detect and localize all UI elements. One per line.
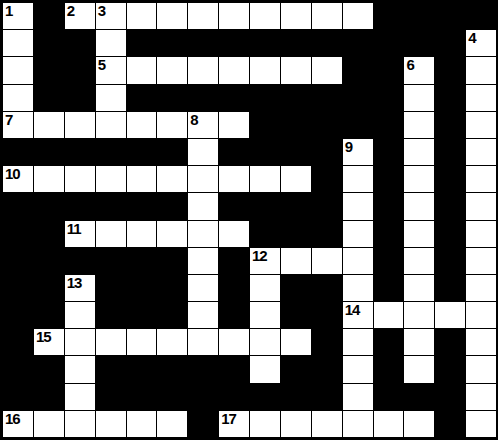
block-r13-c10	[311, 355, 342, 382]
block-r11-c0	[2, 301, 33, 328]
cell-r12-c3[interactable]	[95, 328, 126, 355]
block-r13-c7	[218, 355, 249, 382]
cell-r9-c15[interactable]	[465, 247, 496, 274]
cell-r6-c7[interactable]	[218, 165, 249, 192]
cell-r15-c11[interactable]	[342, 410, 373, 437]
cell-r3-c0[interactable]	[2, 84, 33, 111]
clue-number-6: 6	[406, 57, 413, 73]
cell-r5-c11[interactable]: 9	[342, 138, 373, 165]
clue-number-2: 2	[67, 3, 74, 19]
cell-r6-c2[interactable]	[64, 165, 95, 192]
cell-r5-c13[interactable]	[403, 138, 434, 165]
block-r1-c6	[187, 29, 218, 56]
cell-r15-c0[interactable]: 16	[2, 410, 33, 437]
cell-r12-c15[interactable]	[465, 328, 496, 355]
cell-r13-c8[interactable]	[249, 355, 280, 382]
block-r10-c5	[156, 274, 187, 301]
block-r3-c12	[373, 84, 404, 111]
block-r5-c9	[280, 138, 311, 165]
cell-r0-c9[interactable]	[280, 2, 311, 29]
block-r3-c5	[156, 84, 187, 111]
cell-r6-c6[interactable]	[187, 165, 218, 192]
block-r1-c11	[342, 29, 373, 56]
block-r7-c8	[249, 192, 280, 219]
cell-r12-c8[interactable]	[249, 328, 280, 355]
cell-r9-c6[interactable]	[187, 247, 218, 274]
block-r0-c15	[465, 2, 496, 29]
block-r1-c13	[403, 29, 434, 56]
block-r1-c9	[280, 29, 311, 56]
block-r6-c10	[311, 165, 342, 192]
cell-r2-c10[interactable]	[311, 56, 342, 83]
cell-r11-c12[interactable]	[373, 301, 404, 328]
block-r4-c12	[373, 111, 404, 138]
block-r3-c4	[126, 84, 157, 111]
block-r1-c12	[373, 29, 404, 56]
block-r3-c10	[311, 84, 342, 111]
cell-r8-c15[interactable]	[465, 220, 496, 247]
block-r5-c7	[218, 138, 249, 165]
block-r10-c1	[33, 274, 64, 301]
block-r7-c14	[434, 192, 465, 219]
block-r14-c8	[249, 383, 280, 410]
cell-r2-c13[interactable]: 6	[403, 56, 434, 83]
block-r10-c14	[434, 274, 465, 301]
cell-r4-c5[interactable]	[156, 111, 187, 138]
block-r1-c8	[249, 29, 280, 56]
block-r10-c10	[311, 274, 342, 301]
block-r14-c10	[311, 383, 342, 410]
block-r8-c0	[2, 220, 33, 247]
cell-r7-c6[interactable]	[187, 192, 218, 219]
cell-r9-c10[interactable]	[311, 247, 342, 274]
block-r8-c14	[434, 220, 465, 247]
cell-r4-c0[interactable]: 7	[2, 111, 33, 138]
cell-r10-c11[interactable]	[342, 274, 373, 301]
block-r1-c2	[64, 29, 95, 56]
cell-r0-c7[interactable]	[218, 2, 249, 29]
block-r13-c12	[373, 355, 404, 382]
cell-r2-c6[interactable]	[187, 56, 218, 83]
cell-r13-c2[interactable]	[64, 355, 95, 382]
block-r1-c14	[434, 29, 465, 56]
cell-r15-c15[interactable]	[465, 410, 496, 437]
clue-number-12: 12	[252, 248, 267, 264]
block-r1-c5	[156, 29, 187, 56]
cell-r10-c15[interactable]	[465, 274, 496, 301]
clue-number-7: 7	[5, 112, 12, 128]
block-r3-c8	[249, 84, 280, 111]
block-r11-c1	[33, 301, 64, 328]
block-r9-c4	[126, 247, 157, 274]
block-r3-c7	[218, 84, 249, 111]
block-r13-c9	[280, 355, 311, 382]
cell-r10-c6[interactable]	[187, 274, 218, 301]
block-r2-c14	[434, 56, 465, 83]
block-r7-c9	[280, 192, 311, 219]
block-r14-c6	[187, 383, 218, 410]
cell-r9-c13[interactable]	[403, 247, 434, 274]
block-r5-c12	[373, 138, 404, 165]
block-r9-c12	[373, 247, 404, 274]
cell-r0-c8[interactable]	[249, 2, 280, 29]
cell-r8-c6[interactable]	[187, 220, 218, 247]
block-r4-c14	[434, 111, 465, 138]
cell-r11-c6[interactable]	[187, 301, 218, 328]
block-r3-c14	[434, 84, 465, 111]
cell-r15-c13[interactable]	[403, 410, 434, 437]
cell-r11-c13[interactable]	[403, 301, 434, 328]
cell-r0-c6[interactable]	[187, 2, 218, 29]
block-r2-c11	[342, 56, 373, 83]
cell-r6-c13[interactable]	[403, 165, 434, 192]
cell-r8-c3[interactable]	[95, 220, 126, 247]
block-r10-c9	[280, 274, 311, 301]
cell-r2-c4[interactable]	[126, 56, 157, 83]
cell-r12-c2[interactable]	[64, 328, 95, 355]
cell-r15-c7[interactable]: 17	[218, 410, 249, 437]
cell-r6-c1[interactable]	[33, 165, 64, 192]
clue-number-4: 4	[468, 30, 475, 46]
cell-r4-c3[interactable]	[95, 111, 126, 138]
cell-r12-c4[interactable]	[126, 328, 157, 355]
crossword-puzzle: 1234567891011121314151617	[0, 0, 498, 440]
block-r14-c3	[95, 383, 126, 410]
cell-r6-c11[interactable]	[342, 165, 373, 192]
block-r10-c12	[373, 274, 404, 301]
cell-r8-c11[interactable]	[342, 220, 373, 247]
block-r5-c5	[156, 138, 187, 165]
clue-number-3: 3	[98, 3, 105, 19]
cell-r4-c7[interactable]	[218, 111, 249, 138]
block-r9-c14	[434, 247, 465, 274]
cell-r4-c2[interactable]	[64, 111, 95, 138]
cell-r15-c3[interactable]	[95, 410, 126, 437]
cell-r6-c5[interactable]	[156, 165, 187, 192]
block-r4-c9	[280, 111, 311, 138]
block-r5-c0	[2, 138, 33, 165]
cell-r6-c9[interactable]	[280, 165, 311, 192]
cell-r0-c10[interactable]	[311, 2, 342, 29]
cell-r15-c9[interactable]	[280, 410, 311, 437]
block-r1-c7	[218, 29, 249, 56]
block-r6-c14	[434, 165, 465, 192]
cell-r2-c15[interactable]	[465, 56, 496, 83]
clue-number-9: 9	[345, 139, 352, 155]
cell-r0-c0[interactable]: 1	[2, 2, 33, 29]
cell-r4-c4[interactable]	[126, 111, 157, 138]
block-r5-c4	[126, 138, 157, 165]
block-r11-c4	[126, 301, 157, 328]
block-r5-c3	[95, 138, 126, 165]
cell-r11-c15[interactable]	[465, 301, 496, 328]
clue-number-15: 15	[36, 329, 51, 345]
cell-r6-c8[interactable]	[249, 165, 280, 192]
cell-r10-c13[interactable]	[403, 274, 434, 301]
block-r14-c12	[373, 383, 404, 410]
block-r14-c1	[33, 383, 64, 410]
cell-r15-c12[interactable]	[373, 410, 404, 437]
cell-r10-c8[interactable]	[249, 274, 280, 301]
block-r8-c9	[280, 220, 311, 247]
cell-r11-c2[interactable]	[64, 301, 95, 328]
block-r10-c0	[2, 274, 33, 301]
block-r8-c1	[33, 220, 64, 247]
cell-r14-c11[interactable]	[342, 383, 373, 410]
block-r9-c0	[2, 247, 33, 274]
block-r13-c6	[187, 355, 218, 382]
cell-r2-c8[interactable]	[249, 56, 280, 83]
clue-number-14: 14	[345, 302, 360, 318]
block-r7-c1	[33, 192, 64, 219]
block-r7-c5	[156, 192, 187, 219]
cell-r6-c4[interactable]	[126, 165, 157, 192]
cell-r3-c15[interactable]	[465, 84, 496, 111]
block-r14-c14	[434, 383, 465, 410]
block-r7-c10	[311, 192, 342, 219]
block-r4-c8	[249, 111, 280, 138]
block-r13-c4	[126, 355, 157, 382]
block-r0-c13	[403, 2, 434, 29]
block-r7-c4	[126, 192, 157, 219]
block-r7-c12	[373, 192, 404, 219]
clue-number-5: 5	[98, 57, 105, 73]
block-r9-c1	[33, 247, 64, 274]
cell-r10-c2[interactable]: 13	[64, 274, 95, 301]
block-r12-c10	[311, 328, 342, 355]
block-r8-c12	[373, 220, 404, 247]
block-r11-c9	[280, 301, 311, 328]
cell-r2-c3[interactable]: 5	[95, 56, 126, 83]
cell-r7-c11[interactable]	[342, 192, 373, 219]
block-r10-c4	[126, 274, 157, 301]
cell-r9-c9[interactable]	[280, 247, 311, 274]
block-r13-c5	[156, 355, 187, 382]
block-r11-c3	[95, 301, 126, 328]
cell-r0-c11[interactable]	[342, 2, 373, 29]
clue-number-17: 17	[221, 411, 236, 427]
cell-r3-c3[interactable]	[95, 84, 126, 111]
cell-r4-c15[interactable]	[465, 111, 496, 138]
block-r3-c9	[280, 84, 311, 111]
block-r12-c14	[434, 328, 465, 355]
block-r10-c7	[218, 274, 249, 301]
cell-r12-c11[interactable]	[342, 328, 373, 355]
block-r1-c4	[126, 29, 157, 56]
cell-r5-c15[interactable]	[465, 138, 496, 165]
block-r14-c4	[126, 383, 157, 410]
cell-r11-c11[interactable]: 14	[342, 301, 373, 328]
cell-r2-c5[interactable]	[156, 56, 187, 83]
block-r12-c0	[2, 328, 33, 355]
cell-r15-c2[interactable]	[64, 410, 95, 437]
block-r1-c10	[311, 29, 342, 56]
cell-r12-c7[interactable]	[218, 328, 249, 355]
crossword-board: 1234567891011121314151617	[2, 2, 496, 437]
block-r7-c0	[2, 192, 33, 219]
cell-r8-c5[interactable]	[156, 220, 187, 247]
cell-r1-c3[interactable]	[95, 29, 126, 56]
block-r3-c2	[64, 84, 95, 111]
cell-r12-c9[interactable]	[280, 328, 311, 355]
cell-r15-c4[interactable]	[126, 410, 157, 437]
block-r14-c0	[2, 383, 33, 410]
block-r2-c1	[33, 56, 64, 83]
cell-r14-c15[interactable]	[465, 383, 496, 410]
block-r8-c10	[311, 220, 342, 247]
cell-r2-c9[interactable]	[280, 56, 311, 83]
cell-r8-c13[interactable]	[403, 220, 434, 247]
cell-r13-c13[interactable]	[403, 355, 434, 382]
cell-r4-c1[interactable]	[33, 111, 64, 138]
block-r0-c12	[373, 2, 404, 29]
block-r5-c14	[434, 138, 465, 165]
clue-number-13: 13	[67, 275, 82, 291]
block-r7-c2	[64, 192, 95, 219]
cell-r6-c0[interactable]: 10	[2, 165, 33, 192]
block-r15-c6	[187, 410, 218, 437]
cell-r2-c7[interactable]	[218, 56, 249, 83]
block-r9-c3	[95, 247, 126, 274]
cell-r8-c2[interactable]: 11	[64, 220, 95, 247]
block-r3-c11	[342, 84, 373, 111]
block-r5-c10	[311, 138, 342, 165]
block-r12-c12	[373, 328, 404, 355]
block-r11-c10	[311, 301, 342, 328]
block-r2-c12	[373, 56, 404, 83]
block-r7-c3	[95, 192, 126, 219]
cell-r0-c2[interactable]: 2	[64, 2, 95, 29]
block-r4-c11	[342, 111, 373, 138]
cell-r15-c10[interactable]	[311, 410, 342, 437]
cell-r7-c13[interactable]	[403, 192, 434, 219]
cell-r14-c2[interactable]	[64, 383, 95, 410]
cell-r15-c5[interactable]	[156, 410, 187, 437]
cell-r6-c15[interactable]	[465, 165, 496, 192]
cell-r6-c3[interactable]	[95, 165, 126, 192]
cell-r8-c4[interactable]	[126, 220, 157, 247]
block-r1-c1	[33, 29, 64, 56]
cell-r12-c1[interactable]: 15	[33, 328, 64, 355]
cell-r5-c6[interactable]	[187, 138, 218, 165]
block-r9-c5	[156, 247, 187, 274]
clue-number-11: 11	[67, 221, 81, 237]
cell-r15-c1[interactable]	[33, 410, 64, 437]
block-r11-c7	[218, 301, 249, 328]
cell-r11-c14[interactable]	[434, 301, 465, 328]
block-r0-c1	[33, 2, 64, 29]
cell-r0-c4[interactable]	[126, 2, 157, 29]
cell-r1-c15[interactable]: 4	[465, 29, 496, 56]
block-r13-c14	[434, 355, 465, 382]
cell-r13-c11[interactable]	[342, 355, 373, 382]
cell-r15-c8[interactable]	[249, 410, 280, 437]
cell-r1-c0[interactable]	[2, 29, 33, 56]
block-r6-c12	[373, 165, 404, 192]
block-r15-c14	[434, 410, 465, 437]
block-r0-c14	[434, 2, 465, 29]
block-r2-c2	[64, 56, 95, 83]
block-r14-c9	[280, 383, 311, 410]
cell-r7-c15[interactable]	[465, 192, 496, 219]
block-r3-c1	[33, 84, 64, 111]
block-r14-c5	[156, 383, 187, 410]
block-r10-c3	[95, 274, 126, 301]
block-r5-c2	[64, 138, 95, 165]
block-r5-c1	[33, 138, 64, 165]
cell-r9-c11[interactable]	[342, 247, 373, 274]
clue-number-1: 1	[5, 3, 12, 19]
block-r3-c6	[187, 84, 218, 111]
cell-r12-c13[interactable]	[403, 328, 434, 355]
cell-r12-c6[interactable]	[187, 328, 218, 355]
clue-number-16: 16	[5, 411, 20, 427]
block-r13-c3	[95, 355, 126, 382]
cell-r4-c6[interactable]: 8	[187, 111, 218, 138]
cell-r2-c0[interactable]	[2, 56, 33, 83]
cell-r13-c15[interactable]	[465, 355, 496, 382]
block-r9-c7	[218, 247, 249, 274]
block-r13-c0	[2, 355, 33, 382]
block-r9-c2	[64, 247, 95, 274]
block-r13-c1	[33, 355, 64, 382]
cell-r11-c8[interactable]	[249, 301, 280, 328]
block-r5-c8	[249, 138, 280, 165]
block-r14-c13	[403, 383, 434, 410]
block-r4-c10	[311, 111, 342, 138]
block-r8-c8	[249, 220, 280, 247]
clue-number-8: 8	[190, 112, 197, 128]
cell-r8-c7[interactable]	[218, 220, 249, 247]
clue-number-10: 10	[5, 166, 20, 182]
cell-r12-c5[interactable]	[156, 328, 187, 355]
cell-r4-c13[interactable]	[403, 111, 434, 138]
block-r7-c7	[218, 192, 249, 219]
cell-r9-c8[interactable]: 12	[249, 247, 280, 274]
block-r11-c5	[156, 301, 187, 328]
cell-r3-c13[interactable]	[403, 84, 434, 111]
cell-r0-c5[interactable]	[156, 2, 187, 29]
cell-r0-c3[interactable]: 3	[95, 2, 126, 29]
block-r14-c7	[218, 383, 249, 410]
